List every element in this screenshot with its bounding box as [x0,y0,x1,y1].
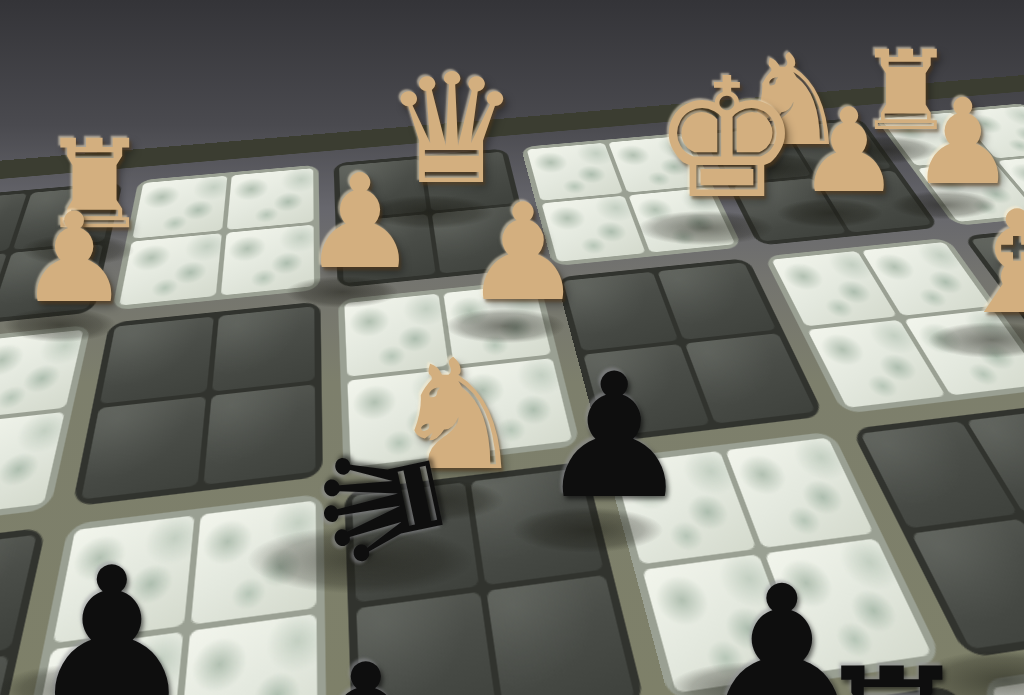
piece-white-pawn-a2[interactable]: ♟ [18,196,129,320]
cell-d3-tile [486,575,636,695]
black-pawn-glyph: ♟ [281,640,451,695]
cell-c2-tile [211,306,314,391]
piece-black-queen-c4-fallen[interactable]: ♛ [313,425,453,581]
white-bishop-glyph: ♝ [953,192,1024,334]
white-king-glyph: ♚ [653,56,802,222]
white-pawn-glyph: ♟ [18,196,129,320]
piece-black-rook-h6[interactable]: ♜ [811,645,972,695]
black-pawn-glyph: ♟ [27,543,197,695]
cell-f4-tile [991,670,1024,695]
piece-black-pawn-a6[interactable]: ♟ [27,543,197,695]
white-pawn-glyph: ♟ [463,186,583,320]
piece-black-pawn-f5[interactable]: ♟ [537,351,691,523]
cell-c2-tile [81,396,205,499]
piece-white-pawn-c2[interactable]: ♟ [302,157,419,287]
chess-scene: ♜♞♟♛♟♚♜♟♟♟♝♞♛♟♟♟♜♟ [0,0,1024,695]
cell-b2-tile [0,411,65,517]
piece-white-bishop-h3[interactable]: ♝ [953,192,1024,334]
cell-b2[interactable] [0,324,91,540]
cell-b2-tile [0,330,84,420]
black-pawn-glyph: ♟ [537,351,691,523]
piece-white-king-f2[interactable]: ♚ [653,56,802,222]
cell-c1-tile [220,225,314,296]
cell-c1-tile [226,168,313,230]
piece-white-pawn-g2[interactable]: ♟ [797,93,901,209]
black-rook-glyph: ♜ [811,645,972,695]
white-pawn-glyph: ♟ [797,93,901,209]
black-queen-glyph: ♛ [292,418,474,587]
cell-b3-tile [0,656,9,695]
cell-e2-tile [657,262,776,339]
white-pawn-glyph: ♟ [302,157,419,287]
piece-white-pawn-d2[interactable]: ♟ [463,186,583,320]
piece-black-pawn-c6[interactable]: ♟ [281,640,451,695]
